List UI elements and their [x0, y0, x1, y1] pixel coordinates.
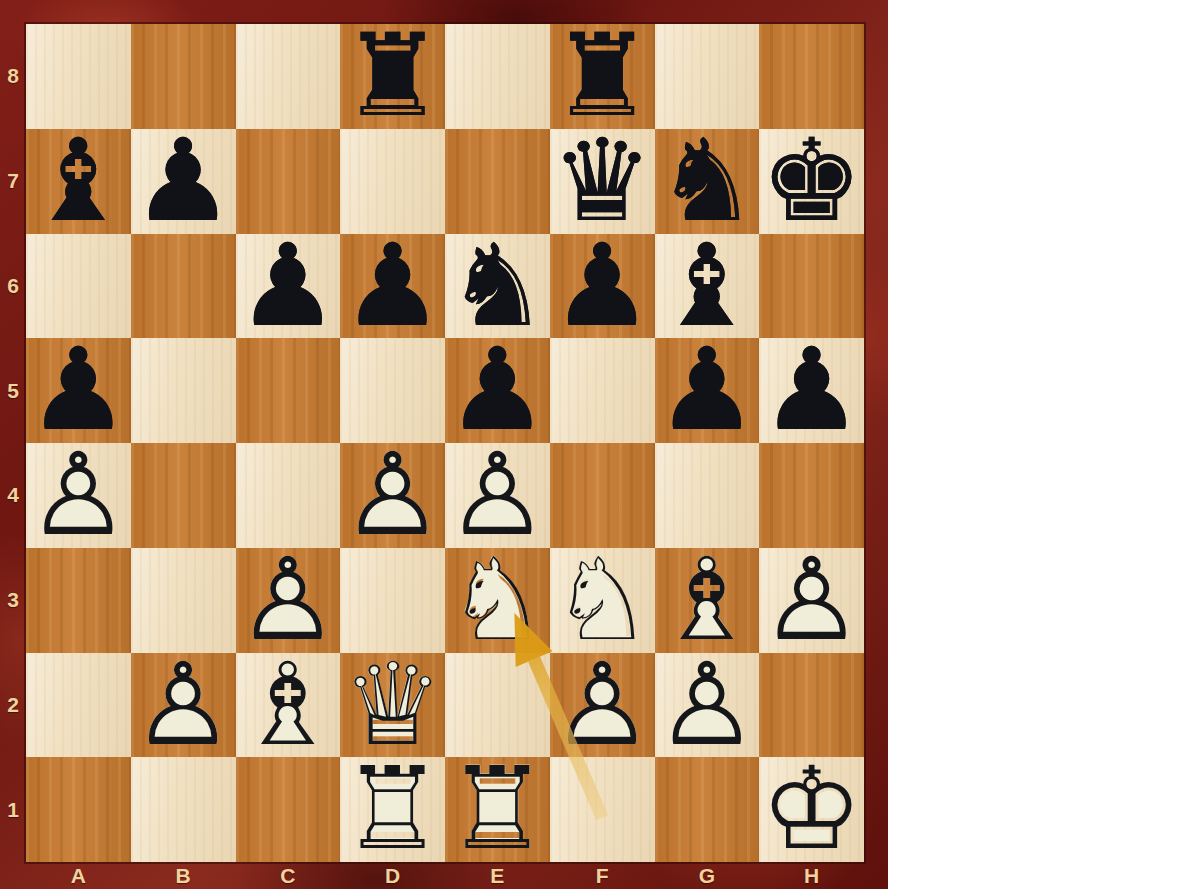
square-f2[interactable]: ♟♙: [550, 653, 655, 758]
piece-outline-glyph: ♖: [445, 757, 550, 862]
square-g2[interactable]: ♟♙: [655, 653, 760, 758]
square-e3[interactable]: ♞♘: [445, 548, 550, 653]
white-pawn-c3[interactable]: ♟♙: [236, 548, 341, 653]
square-b3[interactable]: [131, 548, 236, 653]
square-b7[interactable]: ♟♟: [131, 129, 236, 234]
piece-outline-glyph: ♙: [26, 443, 131, 548]
white-pawn-b2[interactable]: ♟♙: [131, 653, 236, 758]
white-bishop-c2[interactable]: ♝♗: [236, 653, 341, 758]
piece-outline-glyph: ♙: [550, 653, 655, 758]
black-queen-f7[interactable]: ♛♛: [550, 129, 655, 234]
square-g5[interactable]: ♟♟: [655, 338, 760, 443]
square-c8[interactable]: [236, 24, 341, 129]
chess-board-frame: ♜♜♜♜♝♝♟♟♛♛♞♞♚♚♟♟♟♟♞♞♟♟♝♝♟♟♟♟♟♟♟♟♟♙♟♙♟♙♟♙…: [0, 0, 888, 889]
square-b4[interactable]: [131, 443, 236, 548]
square-g3[interactable]: ♝♗: [655, 548, 760, 653]
piece-outline-glyph: ♘: [550, 548, 655, 653]
white-rook-d1[interactable]: ♜♖: [340, 757, 445, 862]
square-a4[interactable]: ♟♙: [26, 443, 131, 548]
piece-outline-glyph: ♔: [759, 757, 864, 862]
square-g1[interactable]: [655, 757, 760, 862]
piece-outline-glyph: ♚: [759, 129, 864, 234]
piece-outline-glyph: ♟: [340, 234, 445, 339]
rank-label-7: 7: [0, 129, 26, 234]
piece-outline-glyph: ♟: [655, 338, 760, 443]
square-h1[interactable]: ♚♔: [759, 757, 864, 862]
square-c7[interactable]: [236, 129, 341, 234]
file-label-f: F: [550, 862, 655, 889]
chess-board: ♜♜♜♜♝♝♟♟♛♛♞♞♚♚♟♟♟♟♞♞♟♟♝♝♟♟♟♟♟♟♟♟♟♙♟♙♟♙♟♙…: [26, 24, 864, 862]
square-e7[interactable]: [445, 129, 550, 234]
piece-outline-glyph: ♙: [655, 653, 760, 758]
square-c1[interactable]: [236, 757, 341, 862]
white-pawn-g2[interactable]: ♟♙: [655, 653, 760, 758]
black-pawn-h5[interactable]: ♟♟: [759, 338, 864, 443]
piece-outline-glyph: ♛: [550, 129, 655, 234]
piece-outline-glyph: ♙: [340, 443, 445, 548]
black-bishop-a7[interactable]: ♝♝: [26, 129, 131, 234]
white-pawn-d4[interactable]: ♟♙: [340, 443, 445, 548]
square-b6[interactable]: [131, 234, 236, 339]
piece-outline-glyph: ♙: [236, 548, 341, 653]
square-f7[interactable]: ♛♛: [550, 129, 655, 234]
black-pawn-c6[interactable]: ♟♟: [236, 234, 341, 339]
square-b2[interactable]: ♟♙: [131, 653, 236, 758]
file-label-c: C: [236, 862, 341, 889]
square-d3[interactable]: [340, 548, 445, 653]
piece-outline-glyph: ♙: [131, 653, 236, 758]
piece-outline-glyph: ♜: [340, 24, 445, 129]
rank-label-5: 5: [0, 338, 26, 443]
piece-outline-glyph: ♟: [131, 129, 236, 234]
file-label-d: D: [340, 862, 445, 889]
white-pawn-a4[interactable]: ♟♙: [26, 443, 131, 548]
rank-label-2: 2: [0, 653, 26, 758]
square-a2[interactable]: [26, 653, 131, 758]
black-pawn-g5[interactable]: ♟♟: [655, 338, 760, 443]
square-c2[interactable]: ♝♗: [236, 653, 341, 758]
square-g7[interactable]: ♞♞: [655, 129, 760, 234]
black-king-h7[interactable]: ♚♚: [759, 129, 864, 234]
file-label-g: G: [655, 862, 760, 889]
white-knight-f3[interactable]: ♞♘: [550, 548, 655, 653]
square-b1[interactable]: [131, 757, 236, 862]
square-e8[interactable]: [445, 24, 550, 129]
square-h7[interactable]: ♚♚: [759, 129, 864, 234]
square-b5[interactable]: [131, 338, 236, 443]
file-label-b: B: [131, 862, 236, 889]
file-label-a: A: [26, 862, 131, 889]
square-c3[interactable]: ♟♙: [236, 548, 341, 653]
square-f1[interactable]: [550, 757, 655, 862]
piece-outline-glyph: ♗: [236, 653, 341, 758]
file-label-h: H: [759, 862, 864, 889]
square-d8[interactable]: ♜♜: [340, 24, 445, 129]
rank-label-3: 3: [0, 548, 26, 653]
black-pawn-d6[interactable]: ♟♟: [340, 234, 445, 339]
square-f3[interactable]: ♞♘: [550, 548, 655, 653]
piece-outline-glyph: ♝: [26, 129, 131, 234]
square-d4[interactable]: ♟♙: [340, 443, 445, 548]
square-a7[interactable]: ♝♝: [26, 129, 131, 234]
piece-outline-glyph: ♙: [759, 548, 864, 653]
square-h3[interactable]: ♟♙: [759, 548, 864, 653]
square-c5[interactable]: [236, 338, 341, 443]
square-h5[interactable]: ♟♟: [759, 338, 864, 443]
black-pawn-f6[interactable]: ♟♟: [550, 234, 655, 339]
rank-label-4: 4: [0, 443, 26, 548]
white-bishop-g3[interactable]: ♝♗: [655, 548, 760, 653]
white-pawn-f2[interactable]: ♟♙: [550, 653, 655, 758]
piece-outline-glyph: ♖: [340, 757, 445, 862]
black-pawn-b7[interactable]: ♟♟: [131, 129, 236, 234]
white-pawn-h3[interactable]: ♟♙: [759, 548, 864, 653]
white-king-h1[interactable]: ♚♔: [759, 757, 864, 862]
file-label-e: E: [445, 862, 550, 889]
square-a1[interactable]: [26, 757, 131, 862]
piece-outline-glyph: ♗: [655, 548, 760, 653]
rank-label-1: 1: [0, 757, 26, 862]
piece-outline-glyph: ♟: [550, 234, 655, 339]
white-knight-e3[interactable]: ♞♘: [445, 548, 550, 653]
square-a3[interactable]: [26, 548, 131, 653]
rank-label-6: 6: [0, 234, 26, 339]
square-c6[interactable]: ♟♟: [236, 234, 341, 339]
square-e1[interactable]: ♜♖: [445, 757, 550, 862]
square-f6[interactable]: ♟♟: [550, 234, 655, 339]
square-d6[interactable]: ♟♟: [340, 234, 445, 339]
piece-outline-glyph: ♞: [655, 129, 760, 234]
rank-label-8: 8: [0, 24, 26, 129]
black-knight-g7[interactable]: ♞♞: [655, 129, 760, 234]
square-d7[interactable]: [340, 129, 445, 234]
square-d1[interactable]: ♜♖: [340, 757, 445, 862]
piece-outline-glyph: ♟: [759, 338, 864, 443]
piece-outline-glyph: ♟: [236, 234, 341, 339]
white-rook-e1[interactable]: ♜♖: [445, 757, 550, 862]
black-rook-d8[interactable]: ♜♜: [340, 24, 445, 129]
square-f5[interactable]: [550, 338, 655, 443]
page-background: ♜♜♜♜♝♝♟♟♛♛♞♞♚♚♟♟♟♟♞♞♟♟♝♝♟♟♟♟♟♟♟♟♟♙♟♙♟♙♟♙…: [0, 0, 1200, 889]
piece-outline-glyph: ♘: [445, 548, 550, 653]
